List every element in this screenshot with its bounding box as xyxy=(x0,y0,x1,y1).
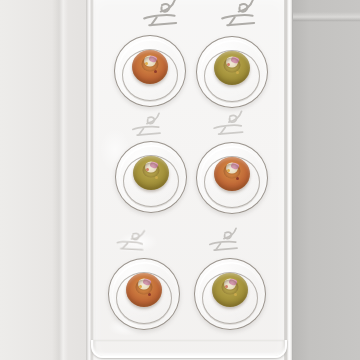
cream-topping xyxy=(226,56,238,67)
petit-four-cake xyxy=(132,50,168,84)
tablecloth-seam xyxy=(288,12,360,22)
cream-topping xyxy=(144,55,156,66)
petit-four-cake xyxy=(126,273,162,307)
nut-crumb xyxy=(146,168,149,171)
rose-petal-garnish xyxy=(230,162,240,171)
petit-four-cake xyxy=(133,156,169,190)
nut-crumb xyxy=(236,71,239,74)
place-setting-r2c2 xyxy=(194,140,270,216)
cream-topping xyxy=(224,278,236,289)
nut-crumb xyxy=(145,62,148,65)
rose-petal-garnish xyxy=(230,56,240,65)
calligraphy-ornament xyxy=(212,0,269,36)
place-setting-r1c2 xyxy=(194,34,270,110)
tray-bottom-lip xyxy=(91,340,287,358)
place-setting-r2c1 xyxy=(113,139,189,215)
calligraphy-icon xyxy=(205,108,256,144)
calligraphy-icon xyxy=(134,0,191,36)
cream-topping xyxy=(138,278,150,289)
nut-crumb xyxy=(154,70,157,73)
calligraphy-icon xyxy=(109,227,154,259)
tablecloth-right xyxy=(288,0,360,360)
calligraphy-ornament xyxy=(201,225,249,260)
calligraphy-icon xyxy=(124,110,172,145)
calligraphy-icon xyxy=(212,0,269,36)
calligraphy-ornament xyxy=(109,227,154,259)
place-setting-r1c1 xyxy=(112,33,188,109)
calligraphy-ornament xyxy=(124,110,172,145)
rose-petal-garnish xyxy=(148,55,158,64)
nut-crumb xyxy=(227,169,230,172)
nut-crumb xyxy=(148,293,151,296)
petit-four-cake xyxy=(214,157,250,191)
tablecloth-left xyxy=(0,0,96,360)
petit-four-cake xyxy=(214,51,250,85)
calligraphy-ornament xyxy=(205,108,256,144)
nut-crumb xyxy=(236,177,239,180)
nut-crumb xyxy=(155,176,158,179)
tray-right-edge xyxy=(284,0,293,360)
cream-topping xyxy=(145,161,157,172)
calligraphy-ornament xyxy=(134,0,191,36)
place-setting-r3c2 xyxy=(192,256,268,332)
nut-crumb xyxy=(234,293,237,296)
nut-crumb xyxy=(227,63,230,66)
tablecloth-fold xyxy=(52,0,68,360)
petit-four-cake xyxy=(212,273,248,307)
rose-petal-garnish xyxy=(228,278,238,287)
nut-crumb xyxy=(139,285,142,288)
cream-topping xyxy=(226,162,238,173)
rose-petal-garnish xyxy=(142,278,152,287)
nut-crumb xyxy=(225,285,228,288)
tray-left-edge xyxy=(86,0,94,360)
food-photo-scene: Overhead photo of six mini semolina peti… xyxy=(0,0,360,360)
place-setting-r3c1 xyxy=(106,256,182,332)
calligraphy-icon xyxy=(201,225,249,260)
rose-petal-garnish xyxy=(149,161,159,170)
